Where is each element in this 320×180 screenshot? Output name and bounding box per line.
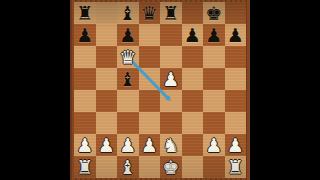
piece-white-pawn[interactable]: ♟ xyxy=(141,136,158,155)
square-b7[interactable] xyxy=(96,24,118,46)
square-d6[interactable] xyxy=(139,46,161,68)
piece-black-pawn[interactable]: ♟ xyxy=(76,26,93,45)
square-a4[interactable] xyxy=(74,90,96,112)
piece-white-king[interactable]: ♚ xyxy=(162,158,179,177)
piece-white-pawn[interactable]: ♟ xyxy=(98,136,115,155)
square-d3[interactable] xyxy=(139,112,161,134)
square-d2[interactable]: ♟ xyxy=(139,134,161,156)
square-f6[interactable] xyxy=(182,46,204,68)
square-f7[interactable]: ♟ xyxy=(182,24,204,46)
square-h7[interactable]: ♟ xyxy=(225,24,247,46)
square-a2[interactable]: ♟ xyxy=(74,134,96,156)
square-e8[interactable]: ♜ xyxy=(160,2,182,24)
square-c5[interactable]: ♝ xyxy=(117,68,139,90)
letterbox-left xyxy=(0,0,70,180)
square-g2[interactable]: ♟ xyxy=(203,134,225,156)
piece-white-pawn[interactable]: ♟ xyxy=(119,136,136,155)
square-a5[interactable] xyxy=(74,68,96,90)
piece-black-king[interactable]: ♚ xyxy=(205,4,222,23)
square-h5[interactable] xyxy=(225,68,247,90)
square-e1[interactable]: ♚ xyxy=(160,156,182,178)
piece-black-pawn[interactable]: ♟ xyxy=(205,26,222,45)
piece-white-rook[interactable]: ♜ xyxy=(76,158,93,177)
piece-black-pawn[interactable]: ♟ xyxy=(119,26,136,45)
square-g1[interactable] xyxy=(203,156,225,178)
square-a7[interactable]: ♟ xyxy=(74,24,96,46)
square-a8[interactable]: ♜ xyxy=(74,2,96,24)
square-e5[interactable]: ♟ xyxy=(160,68,182,90)
square-b6[interactable] xyxy=(96,46,118,68)
piece-white-knight[interactable]: ♞ xyxy=(162,136,179,155)
square-c2[interactable]: ♟ xyxy=(117,134,139,156)
square-g3[interactable] xyxy=(203,112,225,134)
square-d8[interactable]: ♛ xyxy=(139,2,161,24)
square-c1[interactable]: ♝ xyxy=(117,156,139,178)
piece-black-pawn[interactable]: ♟ xyxy=(184,26,201,45)
piece-black-rook[interactable]: ♜ xyxy=(76,4,93,23)
piece-white-pawn[interactable]: ♟ xyxy=(162,70,179,89)
square-g5[interactable] xyxy=(203,68,225,90)
square-f5[interactable] xyxy=(182,68,204,90)
square-d5[interactable] xyxy=(139,68,161,90)
piece-white-pawn[interactable]: ♟ xyxy=(205,136,222,155)
square-g8[interactable]: ♚ xyxy=(203,2,225,24)
square-f8[interactable] xyxy=(182,2,204,24)
square-h3[interactable] xyxy=(225,112,247,134)
square-h6[interactable] xyxy=(225,46,247,68)
square-f1[interactable] xyxy=(182,156,204,178)
square-c3[interactable] xyxy=(117,112,139,134)
square-b4[interactable] xyxy=(96,90,118,112)
square-h4[interactable] xyxy=(225,90,247,112)
square-d1[interactable] xyxy=(139,156,161,178)
video-frame: ♜♝♛♜♚♟♟♟♟♟♛♝♟♟♟♟♟♞♟♟♜♝♚♜ xyxy=(0,0,320,180)
square-a6[interactable] xyxy=(74,46,96,68)
square-c4[interactable] xyxy=(117,90,139,112)
piece-black-rook[interactable]: ♜ xyxy=(162,4,179,23)
square-h8[interactable] xyxy=(225,2,247,24)
piece-black-queen[interactable]: ♛ xyxy=(141,4,158,23)
square-a1[interactable]: ♜ xyxy=(74,156,96,178)
square-h2[interactable]: ♟ xyxy=(225,134,247,156)
piece-white-queen[interactable]: ♛ xyxy=(119,48,136,67)
square-c6[interactable]: ♛ xyxy=(117,46,139,68)
square-d4[interactable] xyxy=(139,90,161,112)
square-f4[interactable] xyxy=(182,90,204,112)
square-e6[interactable] xyxy=(160,46,182,68)
square-b1[interactable] xyxy=(96,156,118,178)
piece-white-bishop[interactable]: ♝ xyxy=(119,158,136,177)
square-h1[interactable]: ♜ xyxy=(225,156,247,178)
piece-white-pawn[interactable]: ♟ xyxy=(76,136,93,155)
square-c8[interactable]: ♝ xyxy=(117,2,139,24)
square-f3[interactable] xyxy=(182,112,204,134)
piece-white-rook[interactable]: ♜ xyxy=(227,158,244,177)
board-frame: ♜♝♛♜♚♟♟♟♟♟♛♝♟♟♟♟♟♞♟♟♜♝♚♜ xyxy=(70,0,250,180)
square-e4[interactable] xyxy=(160,90,182,112)
piece-black-bishop[interactable]: ♝ xyxy=(119,70,136,89)
square-g4[interactable] xyxy=(203,90,225,112)
square-e2[interactable]: ♞ xyxy=(160,134,182,156)
square-e7[interactable] xyxy=(160,24,182,46)
square-b8[interactable] xyxy=(96,2,118,24)
square-a3[interactable] xyxy=(74,112,96,134)
square-b5[interactable] xyxy=(96,68,118,90)
square-b2[interactable]: ♟ xyxy=(96,134,118,156)
square-b3[interactable] xyxy=(96,112,118,134)
piece-black-pawn[interactable]: ♟ xyxy=(227,26,244,45)
piece-white-pawn[interactable]: ♟ xyxy=(227,136,244,155)
piece-black-bishop[interactable]: ♝ xyxy=(119,4,136,23)
square-f2[interactable] xyxy=(182,134,204,156)
square-g6[interactable] xyxy=(203,46,225,68)
square-e3[interactable] xyxy=(160,112,182,134)
square-d7[interactable] xyxy=(139,24,161,46)
square-g7[interactable]: ♟ xyxy=(203,24,225,46)
chess-board[interactable]: ♜♝♛♜♚♟♟♟♟♟♛♝♟♟♟♟♟♞♟♟♜♝♚♜ xyxy=(74,2,246,178)
square-c7[interactable]: ♟ xyxy=(117,24,139,46)
letterbox-right xyxy=(250,0,320,180)
